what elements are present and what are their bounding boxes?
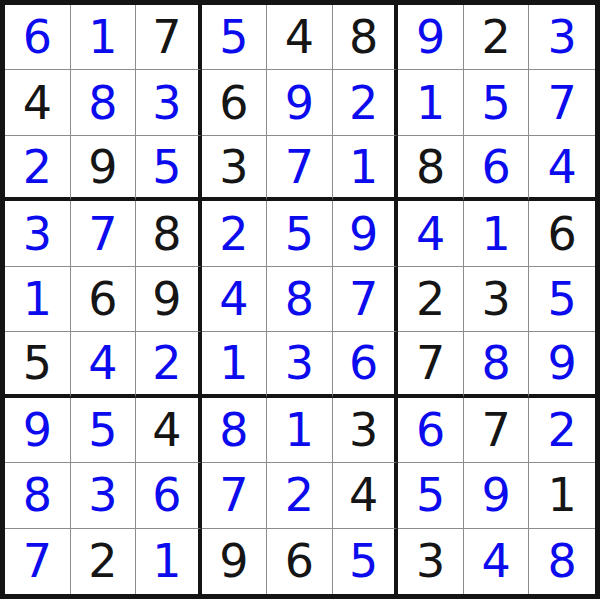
cell-r8c7[interactable]: 5 [398, 463, 464, 528]
cell-r9c8[interactable]: 4 [464, 529, 530, 594]
cell-r1c4[interactable]: 5 [202, 5, 268, 70]
cell-r8c8[interactable]: 9 [464, 463, 530, 528]
cell-r5c9[interactable]: 5 [529, 267, 595, 332]
cell-r9c2[interactable]: 2 [71, 529, 137, 594]
cell-r5c3[interactable]: 9 [136, 267, 202, 332]
cell-r2c3[interactable]: 3 [136, 70, 202, 135]
cell-r4c7[interactable]: 4 [398, 201, 464, 266]
cell-r1c2[interactable]: 1 [71, 5, 137, 70]
cell-r2c4[interactable]: 6 [202, 70, 268, 135]
cell-r7c2[interactable]: 5 [71, 398, 137, 463]
cell-r4c9[interactable]: 6 [529, 201, 595, 266]
cell-r6c8[interactable]: 8 [464, 332, 530, 397]
cell-r8c5[interactable]: 2 [267, 463, 333, 528]
sudoku-board: 6175489234836921572953718643782594161694… [0, 0, 600, 599]
cell-r2c2[interactable]: 8 [71, 70, 137, 135]
cell-r1c1[interactable]: 6 [5, 5, 71, 70]
cell-r2c8[interactable]: 5 [464, 70, 530, 135]
cell-r8c9[interactable]: 1 [529, 463, 595, 528]
cell-r8c1[interactable]: 8 [5, 463, 71, 528]
cell-r9c6[interactable]: 5 [333, 529, 399, 594]
cell-r6c9[interactable]: 9 [529, 332, 595, 397]
cell-r3c2[interactable]: 9 [71, 136, 137, 201]
cell-r5c5[interactable]: 8 [267, 267, 333, 332]
cell-r6c6[interactable]: 6 [333, 332, 399, 397]
cell-r1c3[interactable]: 7 [136, 5, 202, 70]
cell-r2c9[interactable]: 7 [529, 70, 595, 135]
cell-r4c2[interactable]: 7 [71, 201, 137, 266]
cell-r7c6[interactable]: 3 [333, 398, 399, 463]
cell-r1c8[interactable]: 2 [464, 5, 530, 70]
cell-r7c4[interactable]: 8 [202, 398, 268, 463]
cell-r4c8[interactable]: 1 [464, 201, 530, 266]
cell-r3c3[interactable]: 5 [136, 136, 202, 201]
cell-r5c1[interactable]: 1 [5, 267, 71, 332]
cell-r3c1[interactable]: 2 [5, 136, 71, 201]
cell-r5c4[interactable]: 4 [202, 267, 268, 332]
cell-r1c9[interactable]: 3 [529, 5, 595, 70]
cell-r1c5[interactable]: 4 [267, 5, 333, 70]
cell-r7c3[interactable]: 4 [136, 398, 202, 463]
cell-r5c7[interactable]: 2 [398, 267, 464, 332]
cell-r7c5[interactable]: 1 [267, 398, 333, 463]
cell-r9c1[interactable]: 7 [5, 529, 71, 594]
cell-r5c6[interactable]: 7 [333, 267, 399, 332]
sudoku-page: 6175489234836921572953718643782594161694… [0, 0, 600, 599]
cell-r5c2[interactable]: 6 [71, 267, 137, 332]
cell-r9c4[interactable]: 9 [202, 529, 268, 594]
cell-r4c4[interactable]: 2 [202, 201, 268, 266]
cell-r9c9[interactable]: 8 [529, 529, 595, 594]
cell-r6c2[interactable]: 4 [71, 332, 137, 397]
cell-r4c5[interactable]: 5 [267, 201, 333, 266]
cell-r8c3[interactable]: 6 [136, 463, 202, 528]
cell-r9c7[interactable]: 3 [398, 529, 464, 594]
cell-r8c4[interactable]: 7 [202, 463, 268, 528]
cell-r8c6[interactable]: 4 [333, 463, 399, 528]
cell-r2c7[interactable]: 1 [398, 70, 464, 135]
cell-r1c7[interactable]: 9 [398, 5, 464, 70]
cell-r3c6[interactable]: 1 [333, 136, 399, 201]
cell-r9c3[interactable]: 1 [136, 529, 202, 594]
cell-r3c7[interactable]: 8 [398, 136, 464, 201]
cell-r2c1[interactable]: 4 [5, 70, 71, 135]
cell-r7c1[interactable]: 9 [5, 398, 71, 463]
cell-r3c5[interactable]: 7 [267, 136, 333, 201]
cell-r3c9[interactable]: 4 [529, 136, 595, 201]
cell-r7c8[interactable]: 7 [464, 398, 530, 463]
cell-r6c4[interactable]: 1 [202, 332, 268, 397]
cell-r6c1[interactable]: 5 [5, 332, 71, 397]
cell-r7c9[interactable]: 2 [529, 398, 595, 463]
cell-r3c8[interactable]: 6 [464, 136, 530, 201]
cell-r9c5[interactable]: 6 [267, 529, 333, 594]
cell-r4c6[interactable]: 9 [333, 201, 399, 266]
cell-r7c7[interactable]: 6 [398, 398, 464, 463]
cell-r6c5[interactable]: 3 [267, 332, 333, 397]
cell-r4c3[interactable]: 8 [136, 201, 202, 266]
cell-r8c2[interactable]: 3 [71, 463, 137, 528]
cell-r6c7[interactable]: 7 [398, 332, 464, 397]
cell-r1c6[interactable]: 8 [333, 5, 399, 70]
cell-r3c4[interactable]: 3 [202, 136, 268, 201]
cell-r5c8[interactable]: 3 [464, 267, 530, 332]
cell-r2c6[interactable]: 2 [333, 70, 399, 135]
cell-r4c1[interactable]: 3 [5, 201, 71, 266]
cell-r6c3[interactable]: 2 [136, 332, 202, 397]
cell-r2c5[interactable]: 9 [267, 70, 333, 135]
